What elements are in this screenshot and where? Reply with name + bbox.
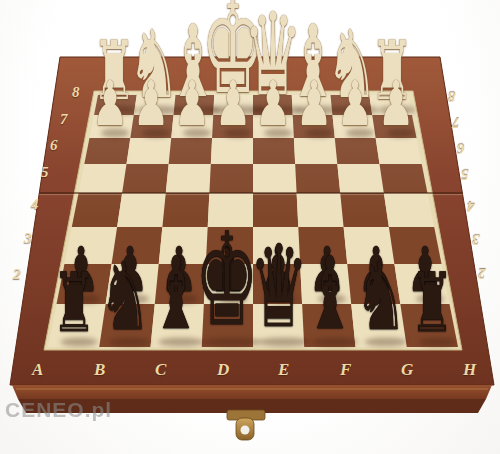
brass-clasp: [227, 410, 265, 440]
board-sheen: [44, 91, 462, 350]
watermark: CENEO.pl: [5, 398, 112, 422]
product-photo: ABCDEFGH87654328765432 ♜♞♝♚♛♝♞♜♟♟♟♟♟♟♟♟♟…: [0, 0, 500, 454]
chess-board: [0, 0, 500, 454]
box-front-edge-upper: [12, 385, 492, 399]
